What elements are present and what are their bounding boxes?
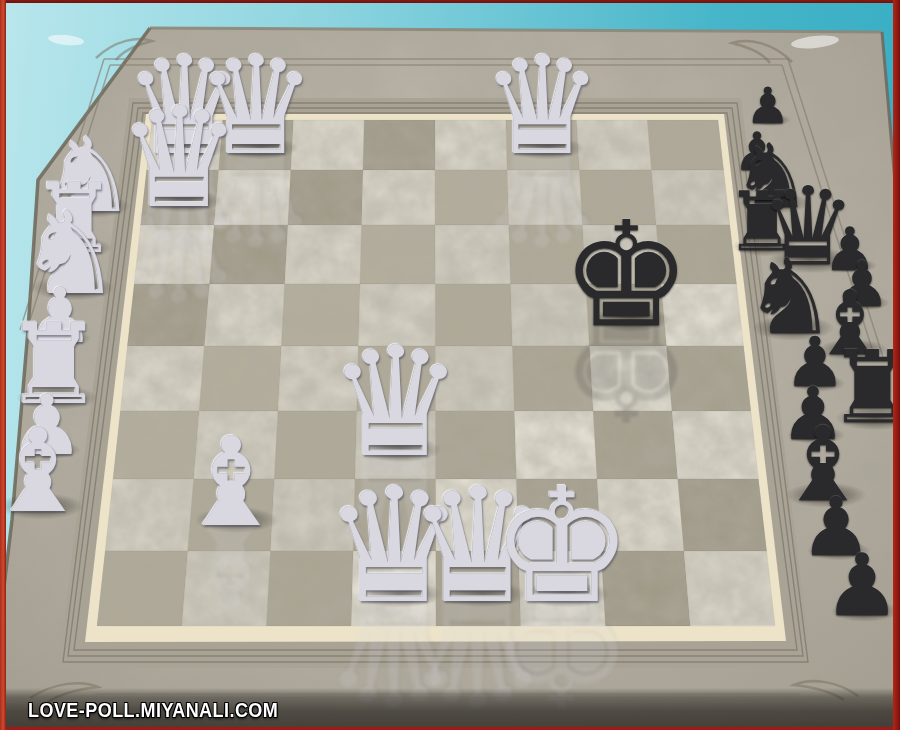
watermark-text: LOVE-POLL.MIYANALI.COM <box>28 699 278 722</box>
frame-border-right <box>893 0 900 730</box>
frame-border-top <box>0 0 900 3</box>
chess-game-window: ♛♛♛♛♛♛♛♛♚♚♛♛♝♝♛♛♛♛♚♚♞♜♞♟♜♟♝♟♟♞♜♛♟♟♞♝♟♜♟♝… <box>0 0 900 730</box>
board-marble-texture <box>60 90 820 660</box>
table-and-board-surface <box>0 0 900 730</box>
frame-border-left <box>0 0 6 730</box>
